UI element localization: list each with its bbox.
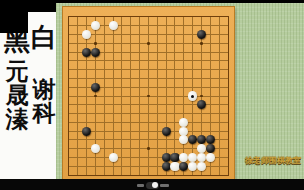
black-stone[interactable] — [170, 153, 179, 162]
black-stone[interactable] — [162, 153, 171, 162]
grid-line-v — [157, 17, 158, 175]
toggle-knob-icon — [152, 182, 158, 188]
white-stone[interactable] — [188, 162, 197, 171]
black-stone[interactable] — [206, 144, 215, 153]
star-point — [94, 42, 96, 44]
grid-line-h — [69, 113, 228, 114]
star-point — [147, 42, 149, 44]
white-stone[interactable] — [179, 135, 188, 144]
grid-line-v — [174, 17, 175, 175]
star-point — [200, 95, 202, 97]
white-stone[interactable] — [197, 153, 206, 162]
grid-line-v — [219, 17, 220, 175]
white-stone[interactable] — [179, 153, 188, 162]
black-stone[interactable] — [197, 30, 206, 39]
white-stone[interactable] — [109, 153, 118, 162]
video-frame: 黑 元晟溱 白 谢科 徐老师围棋教室 — [0, 0, 304, 190]
top-left-black-corner — [0, 0, 28, 33]
channel-watermark: 徐老师围棋教室 — [245, 155, 304, 166]
white-player-column: 白 谢科 — [32, 24, 56, 126]
top-letterbox — [0, 0, 304, 3]
star-point — [147, 147, 149, 149]
black-stone[interactable] — [162, 127, 171, 136]
black-stone[interactable] — [197, 100, 206, 109]
white-stone[interactable] — [109, 21, 118, 30]
white-stone[interactable] — [91, 21, 100, 30]
black-stone[interactable] — [82, 48, 91, 57]
grid-line-v — [166, 17, 167, 175]
board-grid[interactable] — [68, 16, 229, 176]
player-info-panel: 黑 元晟溱 白 谢科 — [0, 12, 56, 179]
black-stone[interactable] — [162, 162, 171, 171]
white-stone[interactable] — [188, 153, 197, 162]
star-point — [200, 42, 202, 44]
black-stone[interactable] — [179, 162, 188, 171]
star-point — [94, 95, 96, 97]
black-stone[interactable] — [188, 135, 197, 144]
grid-line-h — [69, 122, 228, 123]
black-stone[interactable] — [91, 83, 100, 92]
white-stone[interactable] — [170, 162, 179, 171]
star-point — [147, 95, 149, 97]
white-stone[interactable] — [179, 118, 188, 127]
white-player-name: 谢科 — [33, 78, 56, 126]
timestamp-left-text — [137, 184, 144, 187]
player-control-bar — [0, 179, 304, 190]
white-stone[interactable] — [197, 144, 206, 153]
mini-progress-toggle[interactable] — [146, 182, 159, 189]
go-board — [63, 7, 234, 179]
black-stone[interactable] — [82, 127, 91, 136]
black-player-name: 元晟溱 — [6, 60, 29, 132]
white-label: 白 — [31, 24, 57, 51]
black-player-column: 黑 元晟溱 — [2, 28, 32, 132]
timestamp-right-text — [160, 184, 169, 187]
white-stone[interactable] — [206, 153, 215, 162]
grid-line-h — [69, 131, 228, 132]
white-stone[interactable] — [197, 162, 206, 171]
black-stone[interactable] — [91, 48, 100, 57]
white-stone[interactable] — [82, 30, 91, 39]
white-stone[interactable] — [91, 144, 100, 153]
last-move-marker — [191, 95, 194, 98]
grid-line-v — [183, 17, 184, 175]
